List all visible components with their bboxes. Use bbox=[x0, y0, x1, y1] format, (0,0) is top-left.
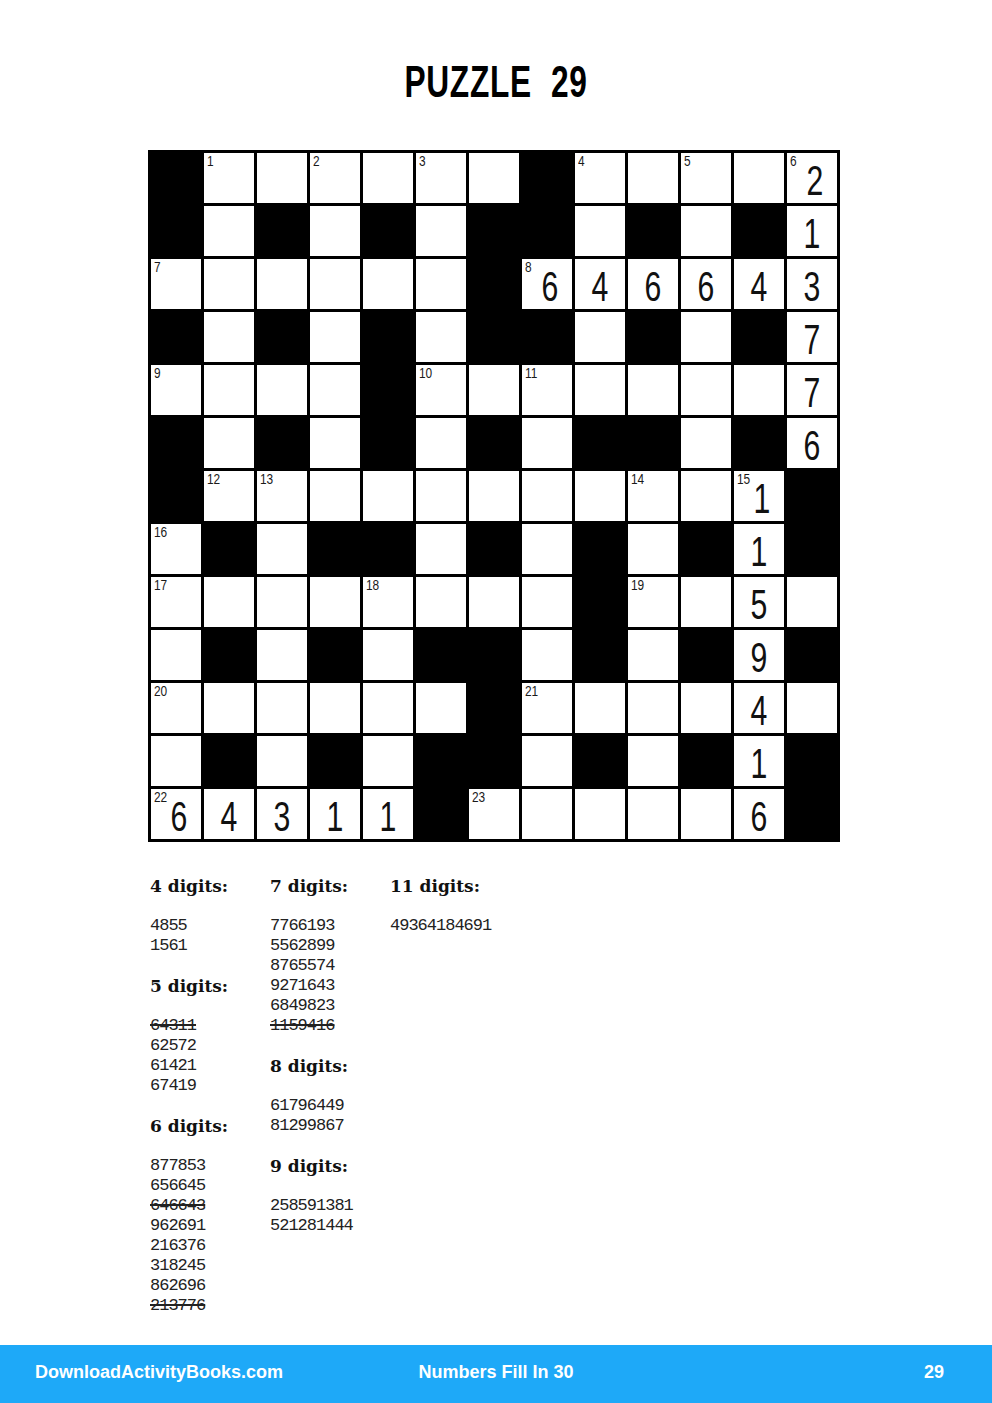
grid-cell-r9c12[interactable]: 5 bbox=[734, 577, 784, 627]
word-item: 8765574 bbox=[270, 956, 390, 976]
clue-number: 5 bbox=[684, 153, 691, 169]
cell-digit: 3 bbox=[264, 794, 300, 839]
grid-cell-r6c3 bbox=[257, 418, 307, 468]
clue-number: 16 bbox=[154, 524, 167, 540]
word-item: 213776 bbox=[150, 1296, 270, 1316]
grid-cell-r10c8[interactable] bbox=[522, 630, 572, 680]
grid-cell-r1c6[interactable]: 3 bbox=[416, 153, 466, 203]
puzzle-grid: 1234562178646643791011761213141511611718… bbox=[148, 150, 840, 842]
cell-digit: 1 bbox=[741, 476, 777, 521]
grid-cell-r2c13[interactable]: 1 bbox=[787, 206, 837, 256]
footer-site: DownloadActivityBooks.com bbox=[35, 1362, 283, 1383]
grid-cell-r3c5[interactable] bbox=[363, 259, 413, 309]
word-item: 656645 bbox=[150, 1176, 270, 1196]
grid-cell-r13c3[interactable]: 3 bbox=[257, 789, 307, 839]
grid-cell-r4c8 bbox=[522, 312, 572, 362]
clue-number: 7 bbox=[154, 259, 161, 275]
word-list-column-1: 4 digits:485515615 digits:64311625726142… bbox=[150, 876, 270, 1336]
grid-cell-r13c7[interactable]: 23 bbox=[469, 789, 519, 839]
grid-cell-r3c7 bbox=[469, 259, 519, 309]
grid-cell-r4c9[interactable] bbox=[575, 312, 625, 362]
grid-cell-r6c8[interactable] bbox=[522, 418, 572, 468]
grid-cell-r8c12[interactable]: 1 bbox=[734, 524, 784, 574]
grid-cell-r2c9[interactable] bbox=[575, 206, 625, 256]
word-list-section: 11 digits:49364184691 bbox=[390, 876, 491, 936]
grid-cell-r1c11[interactable]: 5 bbox=[681, 153, 731, 203]
word-lists: 4 digits:485515615 digits:64311625726142… bbox=[150, 876, 491, 1336]
grid-cell-r12c13 bbox=[787, 736, 837, 786]
word-item: 862696 bbox=[150, 1276, 270, 1296]
grid-cell-r5c6[interactable]: 10 bbox=[416, 365, 466, 415]
grid-cell-r6c7 bbox=[469, 418, 519, 468]
clue-number: 3 bbox=[419, 153, 426, 169]
word-item: 67419 bbox=[150, 1076, 270, 1096]
grid-cell-r2c11[interactable] bbox=[681, 206, 731, 256]
word-item: 9271643 bbox=[270, 976, 390, 996]
grid-cell-r5c10[interactable] bbox=[628, 365, 678, 415]
grid-cell-r9c3[interactable] bbox=[257, 577, 307, 627]
grid-cell-r8c2 bbox=[204, 524, 254, 574]
word-item: 61421 bbox=[150, 1056, 270, 1076]
grid-cell-r13c9[interactable] bbox=[575, 789, 625, 839]
clue-number: 20 bbox=[154, 683, 167, 699]
grid-cell-r10c12[interactable]: 9 bbox=[734, 630, 784, 680]
grid-cell-r5c3[interactable] bbox=[257, 365, 307, 415]
grid-cell-r10c4 bbox=[310, 630, 360, 680]
grid-cell-r5c12[interactable] bbox=[734, 365, 784, 415]
grid-cell-r11c12[interactable]: 4 bbox=[734, 683, 784, 733]
cell-digit: 9 bbox=[741, 635, 777, 680]
grid-cell-r10c2 bbox=[204, 630, 254, 680]
cell-digit: 4 bbox=[211, 794, 247, 839]
clue-number: 21 bbox=[525, 683, 538, 699]
grid-cell-r8c9 bbox=[575, 524, 625, 574]
grid-cell-r5c8[interactable]: 11 bbox=[522, 365, 572, 415]
clue-number: 23 bbox=[472, 789, 485, 805]
grid-cell-r3c6[interactable] bbox=[416, 259, 466, 309]
grid-cell-r6c9 bbox=[575, 418, 625, 468]
clue-number: 18 bbox=[366, 577, 379, 593]
word-item: 1159416 bbox=[270, 1016, 390, 1036]
word-item: 318245 bbox=[150, 1256, 270, 1276]
grid-cell-r3c3[interactable] bbox=[257, 259, 307, 309]
grid-cell-r1c4[interactable]: 2 bbox=[310, 153, 360, 203]
grid-cell-r1c13[interactable]: 62 bbox=[787, 153, 837, 203]
word-list-section: 9 digits:258591381521281444 bbox=[270, 1156, 390, 1236]
grid-cell-r2c12 bbox=[734, 206, 784, 256]
grid-cell-r10c10[interactable] bbox=[628, 630, 678, 680]
grid-cell-r6c11[interactable] bbox=[681, 418, 731, 468]
clue-number: 2 bbox=[313, 153, 320, 169]
grid-cell-r4c5 bbox=[363, 312, 413, 362]
grid-cell-r6c5 bbox=[363, 418, 413, 468]
word-list-header: 8 digits: bbox=[270, 1056, 390, 1076]
cell-digit: 4 bbox=[741, 688, 777, 733]
cell-digit: 6 bbox=[529, 264, 565, 309]
cell-digit: 5 bbox=[741, 582, 777, 627]
grid-cell-r3c10[interactable]: 6 bbox=[628, 259, 678, 309]
cell-digit: 4 bbox=[741, 264, 777, 309]
grid-cell-r13c13 bbox=[787, 789, 837, 839]
grid-cell-r8c11 bbox=[681, 524, 731, 574]
grid-cell-r9c4[interactable] bbox=[310, 577, 360, 627]
grid-cell-r9c1[interactable]: 17 bbox=[151, 577, 201, 627]
clue-number: 12 bbox=[207, 471, 220, 487]
clue-number: 13 bbox=[260, 471, 273, 487]
word-item: 962691 bbox=[150, 1216, 270, 1236]
grid-cell-r7c1 bbox=[151, 471, 201, 521]
cell-digit: 6 bbox=[158, 794, 194, 839]
grid-cell-r3c9[interactable]: 4 bbox=[575, 259, 625, 309]
cell-digit: 6 bbox=[741, 794, 777, 839]
grid-cell-r13c2[interactable]: 4 bbox=[204, 789, 254, 839]
grid-cell-r1c9[interactable]: 4 bbox=[575, 153, 625, 203]
grid-cell-r11c6[interactable] bbox=[416, 683, 466, 733]
word-item: 258591381 bbox=[270, 1196, 390, 1216]
grid-cell-r7c12[interactable]: 151 bbox=[734, 471, 784, 521]
word-list-section: 5 digits:64311625726142167419 bbox=[150, 976, 270, 1096]
cell-digit: 7 bbox=[794, 370, 830, 415]
grid-cell-r8c1[interactable]: 16 bbox=[151, 524, 201, 574]
grid-cell-r12c7 bbox=[469, 736, 519, 786]
clue-number: 14 bbox=[631, 471, 644, 487]
grid-cell-r6c6[interactable] bbox=[416, 418, 466, 468]
grid-cell-r8c10[interactable] bbox=[628, 524, 678, 574]
grid-cell-r3c11[interactable]: 6 bbox=[681, 259, 731, 309]
grid-cell-r9c6[interactable] bbox=[416, 577, 466, 627]
grid-cell-r1c1 bbox=[151, 153, 201, 203]
clue-number: 10 bbox=[419, 365, 432, 381]
word-item: 646643 bbox=[150, 1196, 270, 1216]
cell-digit: 1 bbox=[370, 794, 406, 839]
grid-cell-r13c12[interactable]: 6 bbox=[734, 789, 784, 839]
grid-cell-r5c2[interactable] bbox=[204, 365, 254, 415]
grid-cell-r4c4[interactable] bbox=[310, 312, 360, 362]
grid-cell-r11c1[interactable]: 20 bbox=[151, 683, 201, 733]
grid-cell-r4c2[interactable] bbox=[204, 312, 254, 362]
grid-cell-r6c1 bbox=[151, 418, 201, 468]
word-item: 81299867 bbox=[270, 1116, 390, 1136]
grid-cell-r11c2[interactable] bbox=[204, 683, 254, 733]
grid-cell-r10c9 bbox=[575, 630, 625, 680]
cell-digit: 2 bbox=[794, 158, 830, 203]
grid-cell-r10c13 bbox=[787, 630, 837, 680]
grid-cell-r9c5[interactable]: 18 bbox=[363, 577, 413, 627]
cell-digit: 1 bbox=[317, 794, 353, 839]
grid-cell-r1c3[interactable] bbox=[257, 153, 307, 203]
grid-cell-r10c11 bbox=[681, 630, 731, 680]
word-item: 64311 bbox=[150, 1016, 270, 1036]
grid-cell-r6c2[interactable] bbox=[204, 418, 254, 468]
grid-cell-r11c3[interactable] bbox=[257, 683, 307, 733]
grid-cell-r12c8[interactable] bbox=[522, 736, 572, 786]
word-item: 521281444 bbox=[270, 1216, 390, 1236]
grid-cell-r4c3 bbox=[257, 312, 307, 362]
grid-cell-r5c5 bbox=[363, 365, 413, 415]
grid-cell-r9c11[interactable] bbox=[681, 577, 731, 627]
grid-cell-r12c3[interactable] bbox=[257, 736, 307, 786]
grid-cell-r7c9[interactable] bbox=[575, 471, 625, 521]
grid-cell-r6c12 bbox=[734, 418, 784, 468]
grid-cell-r7c13 bbox=[787, 471, 837, 521]
grid-cell-r12c10[interactable] bbox=[628, 736, 678, 786]
grid-cell-r3c8[interactable]: 86 bbox=[522, 259, 572, 309]
word-item: 1561 bbox=[150, 936, 270, 956]
grid-cell-r12c6 bbox=[416, 736, 466, 786]
grid-cell-r7c8[interactable] bbox=[522, 471, 572, 521]
grid-cell-r9c9 bbox=[575, 577, 625, 627]
grid-cell-r7c6[interactable] bbox=[416, 471, 466, 521]
grid-cell-r9c2[interactable] bbox=[204, 577, 254, 627]
grid-cell-r12c2 bbox=[204, 736, 254, 786]
grid-cell-r10c1[interactable] bbox=[151, 630, 201, 680]
grid-cell-r3c2[interactable] bbox=[204, 259, 254, 309]
word-item: 62572 bbox=[150, 1036, 270, 1056]
cell-digit: 6 bbox=[635, 264, 671, 309]
word-list-header: 7 digits: bbox=[270, 876, 390, 896]
footer-page-number: 29 bbox=[924, 1362, 944, 1383]
grid-cell-r11c9[interactable] bbox=[575, 683, 625, 733]
grid-cell-r8c8[interactable] bbox=[522, 524, 572, 574]
grid-cell-r13c4[interactable]: 1 bbox=[310, 789, 360, 839]
grid-cell-r1c12[interactable] bbox=[734, 153, 784, 203]
word-list-section: 7 digits:7766193556289987655749271643684… bbox=[270, 876, 390, 1036]
word-list-section: 8 digits:6179644981299867 bbox=[270, 1056, 390, 1136]
cell-digit: 3 bbox=[794, 264, 830, 309]
grid-cell-r1c5[interactable] bbox=[363, 153, 413, 203]
puzzle-title: PUZZLE 29 bbox=[139, 60, 853, 104]
grid-cell-r3c4[interactable] bbox=[310, 259, 360, 309]
grid-cell-r13c10[interactable] bbox=[628, 789, 678, 839]
clue-number: 9 bbox=[154, 365, 161, 381]
grid-cell-r8c5 bbox=[363, 524, 413, 574]
grid-cell-r10c6 bbox=[416, 630, 466, 680]
grid-cell-r5c1[interactable]: 9 bbox=[151, 365, 201, 415]
grid-cell-r4c11[interactable] bbox=[681, 312, 731, 362]
footer-bar: DownloadActivityBooks.com Numbers Fill I… bbox=[0, 1345, 992, 1403]
grid-cell-r1c8 bbox=[522, 153, 572, 203]
grid-cell-r11c10[interactable] bbox=[628, 683, 678, 733]
grid-cell-r12c1[interactable] bbox=[151, 736, 201, 786]
grid-cell-r9c7[interactable] bbox=[469, 577, 519, 627]
grid-cell-r1c2[interactable]: 1 bbox=[204, 153, 254, 203]
grid-cell-r5c7[interactable] bbox=[469, 365, 519, 415]
grid-cell-r9c10[interactable]: 19 bbox=[628, 577, 678, 627]
grid-cell-r7c2[interactable]: 12 bbox=[204, 471, 254, 521]
grid-cell-r7c7[interactable] bbox=[469, 471, 519, 521]
grid-cell-r9c13[interactable] bbox=[787, 577, 837, 627]
clue-number: 17 bbox=[154, 577, 167, 593]
grid-cell-r5c11[interactable] bbox=[681, 365, 731, 415]
word-item: 7766193 bbox=[270, 916, 390, 936]
grid-cell-r11c7 bbox=[469, 683, 519, 733]
grid-cell-r7c11[interactable] bbox=[681, 471, 731, 521]
cell-digit: 6 bbox=[794, 423, 830, 468]
word-item: 6849823 bbox=[270, 996, 390, 1016]
grid-cell-r2c10 bbox=[628, 206, 678, 256]
grid-cell-r5c9[interactable] bbox=[575, 365, 625, 415]
grid-cell-r10c5[interactable] bbox=[363, 630, 413, 680]
grid-cell-r5c13[interactable]: 7 bbox=[787, 365, 837, 415]
cell-digit: 6 bbox=[688, 264, 724, 309]
grid-cell-r1c7[interactable] bbox=[469, 153, 519, 203]
cell-digit: 1 bbox=[794, 211, 830, 256]
grid-cell-r13c8[interactable] bbox=[522, 789, 572, 839]
grid-cell-r12c5[interactable] bbox=[363, 736, 413, 786]
grid-cell-r6c13[interactable]: 6 bbox=[787, 418, 837, 468]
grid-cell-r9c8[interactable] bbox=[522, 577, 572, 627]
grid-cell-r4c10 bbox=[628, 312, 678, 362]
word-list-header: 5 digits: bbox=[150, 976, 270, 996]
word-item: 5562899 bbox=[270, 936, 390, 956]
word-list-header: 11 digits: bbox=[390, 876, 491, 896]
grid-cell-r6c4[interactable] bbox=[310, 418, 360, 468]
clue-number: 1 bbox=[207, 153, 214, 169]
word-list-section: 4 digits:48551561 bbox=[150, 876, 270, 956]
grid-cell-r3c13[interactable]: 3 bbox=[787, 259, 837, 309]
grid-cell-r4c13[interactable]: 7 bbox=[787, 312, 837, 362]
grid-cell-r2c2[interactable] bbox=[204, 206, 254, 256]
grid-cell-r4c6[interactable] bbox=[416, 312, 466, 362]
clue-number: 11 bbox=[525, 365, 537, 381]
grid-cell-r13c1[interactable]: 226 bbox=[151, 789, 201, 839]
grid-cell-r7c5[interactable] bbox=[363, 471, 413, 521]
word-list-column-3: 11 digits:49364184691 bbox=[390, 876, 491, 1336]
grid-cell-r13c5[interactable]: 1 bbox=[363, 789, 413, 839]
grid-cell-r11c4[interactable] bbox=[310, 683, 360, 733]
grid-cell-r12c12[interactable]: 1 bbox=[734, 736, 784, 786]
grid-cell-r8c6[interactable] bbox=[416, 524, 466, 574]
clue-number: 19 bbox=[631, 577, 644, 593]
grid-cell-r8c13 bbox=[787, 524, 837, 574]
word-item: 61796449 bbox=[270, 1096, 390, 1116]
grid-cell-r12c11 bbox=[681, 736, 731, 786]
word-list-header: 6 digits: bbox=[150, 1116, 270, 1136]
grid-cell-r3c12[interactable]: 4 bbox=[734, 259, 784, 309]
grid-cell-r2c4[interactable] bbox=[310, 206, 360, 256]
grid-cell-r2c1 bbox=[151, 206, 201, 256]
grid-cell-r7c10[interactable]: 14 bbox=[628, 471, 678, 521]
grid-cell-r11c11[interactable] bbox=[681, 683, 731, 733]
grid-cell-r4c1 bbox=[151, 312, 201, 362]
word-list-section: 6 digits:8778536566456466439626912163763… bbox=[150, 1116, 270, 1316]
grid-cell-r11c8[interactable]: 21 bbox=[522, 683, 572, 733]
grid-cell-r4c7 bbox=[469, 312, 519, 362]
grid-cell-r12c4 bbox=[310, 736, 360, 786]
word-list-column-2: 7 digits:7766193556289987655749271643684… bbox=[270, 876, 390, 1336]
word-item: 49364184691 bbox=[390, 916, 491, 936]
cell-digit: 1 bbox=[741, 741, 777, 786]
clue-number: 4 bbox=[578, 153, 585, 169]
word-list-header: 4 digits: bbox=[150, 876, 270, 896]
cell-digit: 1 bbox=[741, 529, 777, 574]
grid-cell-r10c7 bbox=[469, 630, 519, 680]
word-item: 877853 bbox=[150, 1156, 270, 1176]
grid-cell-r2c5 bbox=[363, 206, 413, 256]
cell-digit: 4 bbox=[582, 264, 618, 309]
grid-cell-r6c10 bbox=[628, 418, 678, 468]
grid-cell-r10c3[interactable] bbox=[257, 630, 307, 680]
grid-cell-r2c8 bbox=[522, 206, 572, 256]
grid-cell-r1c10[interactable] bbox=[628, 153, 678, 203]
cell-digit: 7 bbox=[794, 317, 830, 362]
grid-cell-r8c3[interactable] bbox=[257, 524, 307, 574]
grid-cell-r7c4[interactable] bbox=[310, 471, 360, 521]
grid-cell-r11c5[interactable] bbox=[363, 683, 413, 733]
grid-cell-r2c3 bbox=[257, 206, 307, 256]
grid-cell-r8c7 bbox=[469, 524, 519, 574]
word-list-header: 9 digits: bbox=[270, 1156, 390, 1176]
grid-cell-r12c9 bbox=[575, 736, 625, 786]
grid-cell-r11c13[interactable] bbox=[787, 683, 837, 733]
grid-cell-r2c7 bbox=[469, 206, 519, 256]
grid-cell-r4c12 bbox=[734, 312, 784, 362]
word-item: 4855 bbox=[150, 916, 270, 936]
grid-cell-r2c6[interactable] bbox=[416, 206, 466, 256]
grid-cell-r5c4[interactable] bbox=[310, 365, 360, 415]
grid-cell-r8c4 bbox=[310, 524, 360, 574]
grid-cell-r3c1[interactable]: 7 bbox=[151, 259, 201, 309]
grid-cell-r13c11[interactable] bbox=[681, 789, 731, 839]
grid-cell-r13c6 bbox=[416, 789, 466, 839]
word-item: 216376 bbox=[150, 1236, 270, 1256]
grid-cell-r7c3[interactable]: 13 bbox=[257, 471, 307, 521]
